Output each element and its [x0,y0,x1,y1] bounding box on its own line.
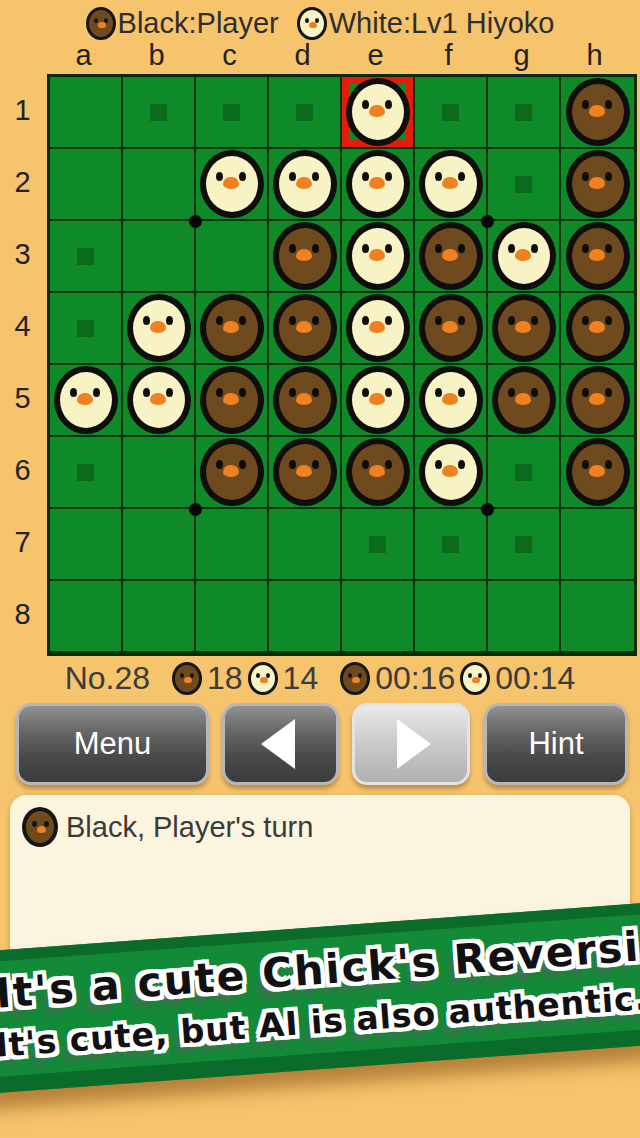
cell-d6[interactable] [269,437,342,509]
eye [582,172,589,181]
hint-button[interactable]: Hint [484,703,628,785]
cell-h4[interactable] [561,293,634,365]
cell-a2[interactable] [50,149,123,221]
legal-move-hint [442,536,459,553]
eye [605,100,612,109]
beak [442,249,458,261]
cell-c8[interactable] [196,581,269,653]
beak [223,465,239,477]
white-chick-icon [248,662,278,695]
black-disc [200,438,264,506]
eye [239,388,246,397]
col-label-g: g [485,38,558,72]
cell-e5[interactable] [342,365,415,437]
eye [531,244,538,253]
cell-d5[interactable] [269,365,342,437]
cell-a5[interactable] [50,365,123,437]
star-point [189,215,202,228]
cell-g4[interactable] [488,293,561,365]
cell-c1[interactable] [196,77,269,149]
col-label-f: f [412,38,485,72]
col-label-b: b [120,38,193,72]
beak [150,393,166,405]
white-disc-count: 14 [283,660,319,697]
star-point [481,503,494,516]
eye [605,172,612,181]
beak [589,177,605,189]
cell-d4[interactable] [269,293,342,365]
turn-message: Black, Player's turn [66,811,313,844]
beak [442,321,458,333]
row-label-2: 2 [0,146,45,218]
eye [458,460,465,469]
beak [369,249,385,261]
cell-g8[interactable] [488,581,561,653]
black-disc [273,294,337,362]
white-chick-icon [297,7,327,40]
white-disc [127,366,191,434]
beak [296,465,312,477]
cell-b2[interactable] [123,149,196,221]
eye [458,388,465,397]
eye [582,388,589,397]
legal-move-hint [442,104,459,121]
eye [312,388,319,397]
cell-f6[interactable] [415,437,488,509]
menu-button[interactable]: Menu [16,703,209,785]
black-disc [566,222,630,290]
cell-d1[interactable] [269,77,342,149]
black-disc [200,366,264,434]
legal-move-hint [77,320,94,337]
cell-c6[interactable] [196,437,269,509]
cell-f4[interactable] [415,293,488,365]
eye [362,172,369,181]
cell-h1[interactable] [561,77,634,149]
cell-a7[interactable] [50,509,123,581]
black-chick-icon [340,662,370,695]
cell-f8[interactable] [415,581,488,653]
beak [296,177,312,189]
cell-e7[interactable] [342,509,415,581]
black-disc [566,294,630,362]
eye [385,244,392,253]
eye [239,316,246,325]
eye [458,316,465,325]
beak [442,393,458,405]
eye [362,100,369,109]
white-disc [419,438,483,506]
eye [362,388,369,397]
cell-f5[interactable] [415,365,488,437]
cell-c7[interactable] [196,509,269,581]
cell-g1[interactable] [488,77,561,149]
black-clock: 00:16 [375,660,455,697]
cell-a8[interactable] [50,581,123,653]
cell-f7[interactable] [415,509,488,581]
board-grid [50,77,634,653]
cell-b5[interactable] [123,365,196,437]
eye [582,100,589,109]
cell-e6[interactable] [342,437,415,509]
cell-b8[interactable] [123,581,196,653]
eye [435,172,442,181]
col-label-h: h [558,38,631,72]
move-number: No.28 [65,660,150,697]
eye [435,460,442,469]
legal-move-hint [223,104,240,121]
white-disc [346,222,410,290]
eye [93,388,100,397]
black-disc [273,222,337,290]
cell-b4[interactable] [123,293,196,365]
cell-e4[interactable] [342,293,415,365]
score-bar: No.28 18 14 00:16 00:14 [0,656,640,700]
white-clock: 00:14 [495,660,575,697]
eye [605,460,612,469]
beak [296,321,312,333]
cell-e3[interactable] [342,221,415,293]
eye [531,388,538,397]
beak [589,105,605,117]
cell-g3[interactable] [488,221,561,293]
beak [296,249,312,261]
row-label-7: 7 [0,506,45,578]
cell-d3[interactable] [269,221,342,293]
row-label-3: 3 [0,218,45,290]
black-chick-icon [22,807,58,847]
black-disc [419,222,483,290]
cell-c4[interactable] [196,293,269,365]
black-disc [346,438,410,506]
eye [216,172,223,181]
row-label-4: 4 [0,290,45,362]
eye [239,172,246,181]
cell-h5[interactable] [561,365,634,437]
eye [239,460,246,469]
black-disc-count: 18 [207,660,243,697]
black-disc [492,294,556,362]
cell-a4[interactable] [50,293,123,365]
eye [143,316,150,325]
cell-f3[interactable] [415,221,488,293]
cell-a1[interactable] [50,77,123,149]
eye [216,388,223,397]
black-chick-icon [172,662,202,695]
cell-g2[interactable] [488,149,561,221]
white-disc [346,366,410,434]
cell-b1[interactable] [123,77,196,149]
legal-move-hint [77,464,94,481]
beak [223,321,239,333]
cell-c3[interactable] [196,221,269,293]
cell-g7[interactable] [488,509,561,581]
black-disc [419,294,483,362]
legal-move-hint [296,104,313,121]
eye [362,244,369,253]
white-chick-icon [460,662,490,695]
eye [166,316,173,325]
cell-e1[interactable] [342,77,415,149]
cell-c5[interactable] [196,365,269,437]
redo-button[interactable] [352,703,470,785]
row-labels: 12345678 [0,74,45,650]
cell-b6[interactable] [123,437,196,509]
forward-arrow-icon [397,719,431,769]
col-label-c: c [193,38,266,72]
beak [369,465,385,477]
eye [605,388,612,397]
eye [458,244,465,253]
eye [508,388,515,397]
legal-move-hint [515,176,532,193]
eye [435,388,442,397]
eye [582,244,589,253]
eye [531,316,538,325]
cell-g5[interactable] [488,365,561,437]
white-disc [273,150,337,218]
reversi-board [47,74,637,656]
white-disc [419,366,483,434]
beak [442,465,458,477]
legal-move-hint [515,464,532,481]
eye [605,244,612,253]
cell-d8[interactable] [269,581,342,653]
legal-move-hint [515,104,532,121]
cell-h2[interactable] [561,149,634,221]
legal-move-hint [77,248,94,265]
beak [589,393,605,405]
white-disc [492,222,556,290]
black-disc [566,78,630,146]
cell-h3[interactable] [561,221,634,293]
beak [515,321,531,333]
black-disc [566,366,630,434]
eye [435,244,442,253]
eye [216,316,223,325]
players-header: Black:Player White:Lv1 Hiyoko [0,4,640,42]
eye [289,460,296,469]
cell-a6[interactable] [50,437,123,509]
beak [369,105,385,117]
cell-g6[interactable] [488,437,561,509]
eye [582,460,589,469]
white-player-label: White:Lv1 Hiyoko [329,7,555,40]
black-chick-icon [86,7,116,40]
beak [589,465,605,477]
black-disc [273,438,337,506]
cell-h7[interactable] [561,509,634,581]
eye [508,244,515,253]
eye [289,172,296,181]
white-disc [346,150,410,218]
white-disc [200,150,264,218]
eye [312,172,319,181]
back-arrow-icon [261,719,295,769]
beak [77,393,93,405]
eye [70,388,77,397]
black-disc [492,366,556,434]
beak [369,177,385,189]
beak [369,393,385,405]
eye [582,316,589,325]
cell-h8[interactable] [561,581,634,653]
black-disc [566,438,630,506]
white-disc [346,78,410,146]
beak [150,321,166,333]
row-label-1: 1 [0,74,45,146]
cell-e8[interactable] [342,581,415,653]
legal-move-hint [515,536,532,553]
eye [385,388,392,397]
col-label-a: a [47,38,120,72]
eye [385,100,392,109]
cell-d7[interactable] [269,509,342,581]
cell-a3[interactable] [50,221,123,293]
white-disc [346,294,410,362]
cell-f2[interactable] [415,149,488,221]
undo-button[interactable] [222,703,339,785]
row-label-6: 6 [0,434,45,506]
beak [589,321,605,333]
legal-move-hint [150,104,167,121]
eye [289,388,296,397]
app-screen: Black:Player White:Lv1 Hiyoko abcdefgh 1… [0,0,640,1138]
beak [515,249,531,261]
eye [312,316,319,325]
col-label-e: e [339,38,412,72]
cell-b7[interactable] [123,509,196,581]
menu-button-label: Menu [74,726,152,762]
eye [508,316,515,325]
white-disc [54,366,118,434]
eye [216,460,223,469]
eye [458,172,465,181]
col-label-d: d [266,38,339,72]
cell-h6[interactable] [561,437,634,509]
beak [223,393,239,405]
white-disc [127,294,191,362]
eye [362,316,369,325]
hint-button-label: Hint [528,726,583,762]
row-label-8: 8 [0,578,45,650]
black-player-label: Black:Player [118,7,279,40]
eye [289,244,296,253]
star-point [189,503,202,516]
eye [605,316,612,325]
legal-move-hint [369,536,386,553]
cell-d2[interactable] [269,149,342,221]
eye [362,460,369,469]
eye [312,460,319,469]
row-label-5: 5 [0,362,45,434]
eye [435,316,442,325]
eye [166,388,173,397]
black-disc [200,294,264,362]
column-labels: abcdefgh [47,38,631,72]
cell-c2[interactable] [196,149,269,221]
eye [385,460,392,469]
beak [442,177,458,189]
beak [223,177,239,189]
cell-b3[interactable] [123,221,196,293]
cell-e2[interactable] [342,149,415,221]
black-disc [566,150,630,218]
beak [589,249,605,261]
eye [385,172,392,181]
beak [515,393,531,405]
cell-f1[interactable] [415,77,488,149]
beak [296,393,312,405]
black-disc [273,366,337,434]
beak [369,321,385,333]
white-disc [419,150,483,218]
eye [143,388,150,397]
eye [385,316,392,325]
eye [312,244,319,253]
star-point [481,215,494,228]
eye [289,316,296,325]
